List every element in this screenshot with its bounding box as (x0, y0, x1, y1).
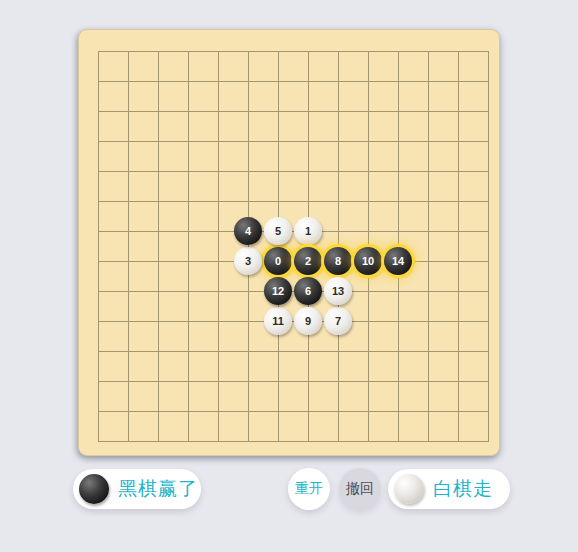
undo-button[interactable]: 撤回 (339, 468, 381, 510)
stone-white-9: 9 (294, 307, 322, 335)
stone-black-8: 8 (324, 247, 352, 275)
stone-black-4: 4 (234, 217, 262, 245)
black-status-label: 黑棋赢了 (118, 476, 198, 502)
board-grid[interactable]: 01234567891011121314 (98, 51, 489, 442)
stone-black-2: 2 (294, 247, 322, 275)
stone-white-3: 3 (234, 247, 262, 275)
restart-button[interactable]: 重开 (288, 468, 330, 510)
stone-white-7: 7 (324, 307, 352, 335)
stone-black-14: 14 (384, 247, 412, 275)
stone-black-10: 10 (354, 247, 382, 275)
stone-black-12: 12 (264, 277, 292, 305)
stone-white-13: 13 (324, 277, 352, 305)
white-stone-icon (394, 474, 424, 504)
black-stone-icon (79, 474, 109, 504)
stone-black-0: 0 (264, 247, 292, 275)
stone-white-1: 1 (294, 217, 322, 245)
stone-white-5: 5 (264, 217, 292, 245)
stone-white-11: 11 (264, 307, 292, 335)
black-status-pill: 黑棋赢了 (73, 469, 201, 509)
gomoku-board: 01234567891011121314 (78, 29, 500, 456)
white-turn-pill: 白棋走 (388, 469, 510, 509)
stone-black-6: 6 (294, 277, 322, 305)
white-turn-label: 白棋走 (433, 476, 493, 502)
